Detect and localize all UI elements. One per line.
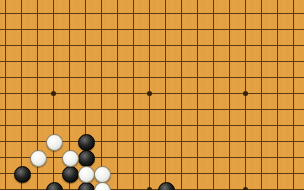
grid-line-horizontal — [0, 109, 304, 110]
go-board[interactable] — [0, 0, 304, 190]
grid-line-horizontal — [0, 13, 304, 14]
white-stone — [94, 166, 111, 183]
black-stone — [14, 166, 31, 183]
grid-line-horizontal — [0, 61, 304, 62]
black-stone — [46, 182, 63, 191]
grid-line-horizontal — [0, 125, 304, 126]
star-point — [147, 91, 152, 96]
star-point — [243, 91, 248, 96]
star-point — [243, 187, 248, 190]
black-stone — [62, 166, 79, 183]
star-point — [51, 91, 56, 96]
grid-line-horizontal — [0, 45, 304, 46]
grid-line-horizontal — [0, 29, 304, 30]
white-stone — [30, 150, 47, 167]
black-stone — [78, 134, 95, 151]
black-stone — [78, 150, 95, 167]
white-stone — [78, 166, 95, 183]
black-stone — [78, 182, 95, 191]
grid-line-horizontal — [0, 77, 304, 78]
black-stone — [158, 182, 175, 191]
white-stone — [46, 134, 63, 151]
white-stone — [62, 150, 79, 167]
grid-line-horizontal — [0, 93, 304, 94]
grid-line-horizontal — [0, 173, 304, 174]
white-stone — [94, 182, 111, 191]
star-point — [147, 187, 152, 190]
